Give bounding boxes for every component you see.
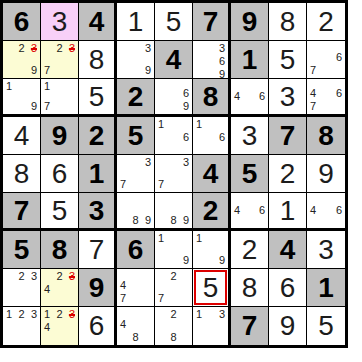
pencil-mark: 1 [42, 80, 54, 93]
cell-r4c7[interactable]: 3 [231, 117, 269, 155]
pencil-mark: 9 [27, 64, 39, 77]
cell-r6c1[interactable]: 7 [3, 193, 41, 231]
cell-r2c6[interactable]: 369 [193, 41, 231, 79]
cell-r6c6[interactable]: 2 [193, 193, 231, 231]
given-digit: 1 [79, 155, 114, 192]
pencil-mark: 1 [156, 118, 168, 131]
pencil-mark: 7 [42, 100, 54, 113]
pencil-mark: 8 [130, 331, 142, 344]
pencil-marks: 46 [232, 80, 267, 113]
cell-r3c5[interactable]: 69 [155, 79, 193, 117]
given-digit: 4 [155, 41, 192, 78]
pencil-mark: 4 [118, 318, 130, 331]
pencil-mark: 6 [179, 87, 191, 100]
cell-r3c9[interactable]: 467 [307, 79, 345, 117]
entered-digit: 9 [307, 155, 345, 192]
cell-r4c2[interactable]: 9 [41, 117, 79, 155]
pencil-marks: 237 [42, 42, 77, 77]
pencil-mark: 4 [232, 204, 244, 217]
pencil-mark: 6 [255, 90, 267, 103]
given-digit: 7 [193, 3, 228, 40]
cell-r1c5[interactable]: 5 [155, 3, 193, 41]
cell-r7c6[interactable]: 19 [193, 231, 231, 269]
cell-r6c2[interactable]: 5 [41, 193, 79, 231]
entered-digit: 5 [307, 307, 345, 345]
pencil-marks: 28 [156, 308, 191, 344]
cell-r8c3[interactable]: 9 [79, 269, 117, 307]
cell-r9c5[interactable]: 28 [155, 307, 193, 345]
cell-r9c1[interactable]: 123 [3, 307, 41, 345]
pencil-mark: 6 [216, 131, 227, 144]
given-digit: 8 [193, 79, 228, 114]
cell-r3c2[interactable]: 17 [41, 79, 79, 117]
pencil-mark: 2 [54, 42, 66, 55]
entered-digit: 3 [307, 231, 345, 268]
pencil-mark: 3 [27, 270, 39, 283]
pencil-mark: 7 [42, 64, 54, 77]
pencil-marks: 46 [232, 194, 267, 227]
given-digit: 9 [79, 269, 114, 306]
pencil-marks: 19 [194, 232, 227, 267]
entered-digit: 8 [269, 3, 306, 40]
pencil-mark-crossed: 3 [65, 42, 77, 55]
cell-r1c4[interactable]: 1 [117, 3, 155, 41]
cell-r1c7[interactable]: 9 [231, 3, 269, 41]
given-digit: 3 [79, 193, 114, 228]
pencil-mark: 2 [16, 270, 28, 283]
pencil-marks: 1234 [42, 308, 77, 344]
pencil-marks: 239 [4, 42, 39, 77]
pencil-mark: 4 [308, 204, 320, 217]
pencil-mark: 2 [168, 270, 180, 283]
entered-digit: 5 [269, 41, 306, 78]
cell-r5c6[interactable]: 4 [193, 155, 231, 193]
cell-r8c1[interactable]: 23 [3, 269, 41, 307]
cell-r8c6[interactable]: 5 [193, 269, 231, 307]
cell-r7c9[interactable]: 3 [307, 231, 345, 269]
pencil-mark: 9 [179, 100, 191, 113]
cell-r4c1[interactable]: 4 [3, 117, 41, 155]
entered-digit: 1 [269, 193, 306, 228]
cell-r6c3[interactable]: 3 [79, 193, 117, 231]
pencil-mark: 4 [232, 90, 244, 103]
pencil-mark: 1 [4, 80, 16, 93]
pencil-mark: 9 [179, 254, 191, 267]
pencil-mark: 8 [168, 214, 180, 227]
cell-r6c4[interactable]: 89 [117, 193, 155, 231]
given-digit: 4 [269, 231, 306, 268]
cell-r9c2[interactable]: 1234 [41, 307, 79, 345]
given-digit: 4 [193, 155, 228, 192]
cell-r2c5[interactable]: 4 [155, 41, 193, 79]
pencil-mark-crossed: 3 [27, 42, 39, 55]
cell-r4c5[interactable]: 16 [155, 117, 193, 155]
pencil-marks: 67 [308, 42, 344, 77]
pencil-mark: 1 [194, 232, 205, 245]
cell-r9c4[interactable]: 48 [117, 307, 155, 345]
cell-r3c7[interactable]: 46 [231, 79, 269, 117]
pencil-mark: 3 [216, 42, 227, 55]
pencil-marks: 23 [4, 270, 39, 305]
cell-r8c7[interactable]: 8 [231, 269, 269, 307]
cell-r7c2[interactable]: 8 [41, 231, 79, 269]
pencil-mark: 6 [332, 204, 344, 217]
given-digit: 7 [3, 193, 40, 228]
pencil-mark: 9 [179, 214, 191, 227]
given-digit: 2 [79, 117, 114, 154]
pencil-mark: 8 [130, 214, 142, 227]
cell-r3c8[interactable]: 3 [269, 79, 307, 117]
cell-r5c5[interactable]: 37 [155, 155, 193, 193]
cell-r9c3[interactable]: 6 [79, 307, 117, 345]
entered-digit: 9 [269, 307, 306, 345]
pencil-mark: 3 [179, 156, 191, 169]
given-digit: 6 [3, 3, 40, 40]
cell-r2c9[interactable]: 67 [307, 41, 345, 79]
given-digit: 5 [231, 155, 268, 192]
pencil-mark: 4 [118, 279, 130, 292]
cell-r7c4[interactable]: 6 [117, 231, 155, 269]
cell-r9c6[interactable]: 13 [193, 307, 231, 345]
cell-r1c2[interactable]: 3 [41, 3, 79, 41]
cell-r5c3[interactable]: 1 [79, 155, 117, 193]
pencil-marks: 13 [194, 308, 227, 344]
cell-r8c8[interactable]: 6 [269, 269, 307, 307]
cell-r8c9[interactable]: 1 [307, 269, 345, 307]
cell-r6c9[interactable]: 46 [307, 193, 345, 231]
given-digit: 8 [307, 117, 345, 154]
pencil-mark: 8 [168, 331, 180, 344]
pencil-mark: 7 [118, 292, 130, 305]
cell-r6c5[interactable]: 89 [155, 193, 193, 231]
pencil-mark: 3 [141, 42, 153, 55]
pencil-marks: 369 [194, 42, 227, 77]
pencil-marks: 69 [156, 80, 191, 113]
entered-digit: 2 [307, 3, 345, 40]
pencil-marks: 467 [308, 80, 344, 113]
pencil-mark: 2 [54, 308, 66, 321]
pencil-mark: 6 [179, 131, 191, 144]
entered-digit: 2 [231, 231, 268, 268]
pencil-marks: 89 [118, 194, 153, 227]
given-digit: 2 [193, 193, 228, 228]
given-digit: 7 [269, 117, 306, 154]
pencil-mark: 7 [156, 292, 168, 305]
pencil-mark: 1 [4, 308, 16, 321]
given-digit: 9 [231, 3, 268, 40]
pencil-mark: 9 [141, 214, 153, 227]
cell-r2c7[interactable]: 1 [231, 41, 269, 79]
pencil-mark: 4 [308, 87, 320, 100]
cell-r5c2[interactable]: 6 [41, 155, 79, 193]
pencil-marks: 27 [156, 270, 191, 305]
pencil-mark: 2 [16, 308, 28, 321]
cell-r7c5[interactable]: 19 [155, 231, 193, 269]
pencil-mark: 7 [156, 178, 168, 191]
pencil-marks: 16 [194, 118, 227, 153]
cell-r3c4[interactable]: 2 [117, 79, 155, 117]
pencil-marks: 234 [42, 270, 77, 305]
given-digit: 2 [117, 79, 154, 114]
pencil-mark: 1 [194, 118, 205, 131]
cell-r4c3[interactable]: 2 [79, 117, 117, 155]
pencil-mark-crossed: 3 [65, 270, 77, 283]
pencil-mark: 2 [168, 308, 180, 321]
given-digit: 5 [117, 117, 154, 154]
pencil-mark: 6 [216, 55, 227, 68]
entered-digit: 8 [3, 155, 40, 192]
pencil-marks: 89 [156, 194, 191, 227]
entered-digit: 5 [155, 3, 192, 40]
sudoku-board: 6341579822392378394369156719175269846346… [0, 0, 348, 348]
pencil-marks: 19 [4, 80, 39, 113]
cell-r4c4[interactable]: 5 [117, 117, 155, 155]
entered-digit: 8 [79, 41, 114, 78]
cell-r3c3[interactable]: 5 [79, 79, 117, 117]
pencil-mark: 7 [308, 64, 320, 77]
cell-r7c3[interactable]: 7 [79, 231, 117, 269]
cell-r3c6[interactable]: 8 [193, 79, 231, 117]
pencil-marks: 19 [156, 232, 191, 267]
given-digit: 6 [117, 231, 154, 268]
pencil-mark: 1 [42, 308, 54, 321]
pencil-mark: 4 [42, 321, 54, 334]
pencil-mark: 1 [194, 308, 205, 321]
entered-digit: 7 [79, 231, 114, 268]
pencil-marks: 47 [118, 270, 153, 305]
entered-digit: 6 [79, 307, 114, 345]
cell-r8c4[interactable]: 47 [117, 269, 155, 307]
given-digit: 1 [231, 41, 268, 78]
cell-r2c8[interactable]: 5 [269, 41, 307, 79]
entered-digit: 3 [41, 3, 78, 40]
given-digit: 1 [307, 269, 345, 306]
pencil-mark: 9 [141, 64, 153, 77]
pencil-marks: 123 [4, 308, 39, 344]
cell-r5c1[interactable]: 8 [3, 155, 41, 193]
entered-digit: 8 [231, 269, 268, 306]
pencil-marks: 16 [156, 118, 191, 153]
entered-digit: 3 [269, 79, 306, 114]
pencil-marks: 39 [118, 42, 153, 77]
cell-r5c7[interactable]: 5 [231, 155, 269, 193]
cell-r6c8[interactable]: 1 [269, 193, 307, 231]
cell-r4c9[interactable]: 8 [307, 117, 345, 155]
pencil-marks: 37 [156, 156, 191, 191]
entered-digit: 3 [231, 117, 268, 154]
entered-digit: 5 [193, 269, 228, 306]
entered-digit: 2 [269, 155, 306, 192]
pencil-mark: 3 [216, 308, 227, 321]
given-digit: 9 [41, 117, 78, 154]
entered-digit: 4 [3, 117, 40, 154]
cell-r2c1[interactable]: 239 [3, 41, 41, 79]
cell-r6c7[interactable]: 46 [231, 193, 269, 231]
pencil-mark: 9 [27, 100, 39, 113]
cell-r1c9[interactable]: 2 [307, 3, 345, 41]
cell-r5c8[interactable]: 2 [269, 155, 307, 193]
entered-digit: 5 [79, 79, 114, 114]
cell-r5c4[interactable]: 37 [117, 155, 155, 193]
cell-r2c2[interactable]: 237 [41, 41, 79, 79]
given-digit: 5 [3, 231, 40, 268]
pencil-mark: 4 [42, 283, 54, 296]
entered-digit: 6 [269, 269, 306, 306]
cell-r1c6[interactable]: 7 [193, 3, 231, 41]
given-digit: 8 [41, 231, 78, 268]
cell-r5c9[interactable]: 9 [307, 155, 345, 193]
pencil-mark: 7 [308, 100, 320, 113]
pencil-mark: 7 [118, 178, 130, 191]
cell-r4c6[interactable]: 16 [193, 117, 231, 155]
cell-r7c8[interactable]: 4 [269, 231, 307, 269]
pencil-mark: 6 [332, 51, 344, 64]
cell-r1c1[interactable]: 6 [3, 3, 41, 41]
cell-r7c1[interactable]: 5 [3, 231, 41, 269]
cell-r7c7[interactable]: 2 [231, 231, 269, 269]
cell-r3c1[interactable]: 19 [3, 79, 41, 117]
pencil-mark: 2 [54, 270, 66, 283]
pencil-mark-crossed: 3 [65, 308, 77, 321]
cell-r8c5[interactable]: 27 [155, 269, 193, 307]
pencil-marks: 46 [308, 194, 344, 227]
cell-r2c4[interactable]: 39 [117, 41, 155, 79]
cell-r1c8[interactable]: 8 [269, 3, 307, 41]
pencil-marks: 37 [118, 156, 153, 191]
cell-r9c7[interactable]: 7 [231, 307, 269, 345]
cell-r8c2[interactable]: 234 [41, 269, 79, 307]
entered-digit: 5 [41, 193, 78, 228]
pencil-marks: 17 [42, 80, 77, 113]
pencil-mark: 2 [16, 42, 28, 55]
cell-r9c8[interactable]: 9 [269, 307, 307, 345]
pencil-mark: 3 [141, 156, 153, 169]
given-digit: 7 [231, 307, 268, 345]
entered-digit: 1 [117, 3, 154, 40]
cell-r1c3[interactable]: 4 [79, 3, 117, 41]
given-digit: 4 [79, 3, 114, 40]
entered-digit: 6 [41, 155, 78, 192]
cell-r9c9[interactable]: 5 [307, 307, 345, 345]
cell-r4c8[interactable]: 7 [269, 117, 307, 155]
pencil-mark: 1 [156, 232, 168, 245]
pencil-mark: 6 [255, 204, 267, 217]
pencil-mark: 9 [216, 254, 227, 267]
pencil-marks: 48 [118, 308, 153, 344]
pencil-mark: 3 [27, 308, 39, 321]
pencil-mark: 6 [332, 87, 344, 100]
cell-r2c3[interactable]: 8 [79, 41, 117, 79]
